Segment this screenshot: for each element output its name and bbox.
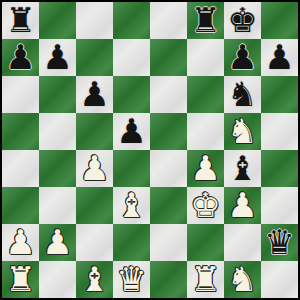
- square-b2[interactable]: ♟: [39, 224, 76, 261]
- square-h3[interactable]: [261, 187, 298, 224]
- square-b5[interactable]: [39, 113, 76, 150]
- white-rook[interactable]: ♜: [190, 261, 220, 298]
- square-d4[interactable]: [113, 150, 150, 187]
- white-knight[interactable]: ♞: [227, 261, 257, 298]
- square-f1[interactable]: ♜: [187, 261, 224, 298]
- square-f8[interactable]: ♜: [187, 2, 224, 39]
- square-h2[interactable]: ♛: [261, 224, 298, 261]
- square-a7[interactable]: ♟: [2, 39, 39, 76]
- black-pawn[interactable]: ♟: [227, 39, 257, 76]
- square-b7[interactable]: ♟: [39, 39, 76, 76]
- black-bishop[interactable]: ♝: [227, 150, 257, 187]
- black-pawn[interactable]: ♟: [5, 39, 35, 76]
- square-b3[interactable]: [39, 187, 76, 224]
- square-c7[interactable]: [76, 39, 113, 76]
- black-pawn[interactable]: ♟: [42, 39, 72, 76]
- white-pawn[interactable]: ♟: [190, 150, 220, 187]
- square-g5[interactable]: ♞: [224, 113, 261, 150]
- square-g6[interactable]: ♞: [224, 76, 261, 113]
- square-d6[interactable]: [113, 76, 150, 113]
- square-f5[interactable]: [187, 113, 224, 150]
- square-g1[interactable]: ♞: [224, 261, 261, 298]
- square-b1[interactable]: [39, 261, 76, 298]
- square-h7[interactable]: ♟: [261, 39, 298, 76]
- square-e2[interactable]: [150, 224, 187, 261]
- square-c1[interactable]: ♝: [76, 261, 113, 298]
- square-g4[interactable]: ♝: [224, 150, 261, 187]
- white-pawn[interactable]: ♟: [42, 224, 72, 261]
- black-pawn[interactable]: ♟: [116, 113, 146, 150]
- black-pawn[interactable]: ♟: [264, 39, 294, 76]
- square-a2[interactable]: ♟: [2, 224, 39, 261]
- square-c6[interactable]: ♟: [76, 76, 113, 113]
- square-c3[interactable]: [76, 187, 113, 224]
- square-g2[interactable]: [224, 224, 261, 261]
- white-pawn[interactable]: ♟: [227, 187, 257, 224]
- square-h1[interactable]: [261, 261, 298, 298]
- square-h6[interactable]: [261, 76, 298, 113]
- square-e7[interactable]: [150, 39, 187, 76]
- square-d7[interactable]: [113, 39, 150, 76]
- square-e4[interactable]: [150, 150, 187, 187]
- square-g8[interactable]: ♚: [224, 2, 261, 39]
- square-e1[interactable]: [150, 261, 187, 298]
- white-pawn[interactable]: ♟: [79, 150, 109, 187]
- black-pawn[interactable]: ♟: [79, 76, 109, 113]
- black-knight[interactable]: ♞: [227, 76, 257, 113]
- square-e8[interactable]: [150, 2, 187, 39]
- square-f6[interactable]: [187, 76, 224, 113]
- white-knight[interactable]: ♞: [227, 113, 257, 150]
- square-a4[interactable]: [2, 150, 39, 187]
- black-queen[interactable]: ♛: [264, 224, 294, 261]
- square-b8[interactable]: [39, 2, 76, 39]
- square-e3[interactable]: [150, 187, 187, 224]
- square-a5[interactable]: [2, 113, 39, 150]
- square-d1[interactable]: ♛: [113, 261, 150, 298]
- square-f2[interactable]: [187, 224, 224, 261]
- square-f3[interactable]: ♚: [187, 187, 224, 224]
- square-g3[interactable]: ♟: [224, 187, 261, 224]
- white-bishop[interactable]: ♝: [116, 187, 146, 224]
- white-pawn[interactable]: ♟: [5, 224, 35, 261]
- square-d2[interactable]: [113, 224, 150, 261]
- square-h8[interactable]: [261, 2, 298, 39]
- square-g7[interactable]: ♟: [224, 39, 261, 76]
- white-king[interactable]: ♚: [190, 187, 220, 224]
- white-bishop[interactable]: ♝: [79, 261, 109, 298]
- square-f4[interactable]: ♟: [187, 150, 224, 187]
- square-h5[interactable]: [261, 113, 298, 150]
- square-c4[interactable]: ♟: [76, 150, 113, 187]
- square-d5[interactable]: ♟: [113, 113, 150, 150]
- square-d3[interactable]: ♝: [113, 187, 150, 224]
- white-queen[interactable]: ♛: [116, 261, 146, 298]
- black-king[interactable]: ♚: [227, 2, 257, 39]
- chess-board: ♜♜♚♟♟♟♟♟♞♟♞♟♟♝♝♚♟♟♟♛♜♝♛♜♞: [0, 0, 300, 300]
- square-c5[interactable]: [76, 113, 113, 150]
- square-b4[interactable]: [39, 150, 76, 187]
- square-a1[interactable]: ♜: [2, 261, 39, 298]
- black-rook[interactable]: ♜: [190, 2, 220, 39]
- square-e5[interactable]: [150, 113, 187, 150]
- square-a3[interactable]: [2, 187, 39, 224]
- square-b6[interactable]: [39, 76, 76, 113]
- square-a6[interactable]: [2, 76, 39, 113]
- white-rook[interactable]: ♜: [5, 261, 35, 298]
- square-f7[interactable]: [187, 39, 224, 76]
- square-h4[interactable]: [261, 150, 298, 187]
- square-d8[interactable]: [113, 2, 150, 39]
- square-c8[interactable]: [76, 2, 113, 39]
- square-a8[interactable]: ♜: [2, 2, 39, 39]
- square-e6[interactable]: [150, 76, 187, 113]
- black-rook[interactable]: ♜: [5, 2, 35, 39]
- square-c2[interactable]: [76, 224, 113, 261]
